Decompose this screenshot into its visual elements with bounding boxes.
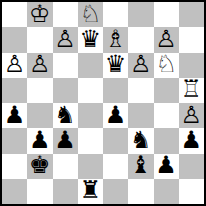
board-grid: ♔♘♙♛♗♙♙♙♛♙♘♖♟♞♟♙♟♟♞♟♚♝♟♜ — [2, 2, 204, 204]
square-a2[interactable] — [2, 154, 27, 179]
square-f5[interactable] — [128, 78, 153, 103]
piece-bQ-e6: ♛ — [105, 52, 127, 76]
square-d6[interactable] — [78, 53, 103, 78]
piece-bP-h3: ♟ — [181, 128, 203, 152]
square-f2[interactable]: ♝ — [128, 154, 153, 179]
square-f7[interactable] — [128, 27, 153, 52]
piece-wN-d8: ♘ — [80, 2, 102, 26]
square-a7[interactable] — [2, 27, 27, 52]
square-f4[interactable] — [128, 103, 153, 128]
piece-bP-g2: ♟ — [155, 153, 177, 177]
square-a1[interactable] — [2, 179, 27, 204]
piece-wP-b6: ♙ — [29, 52, 51, 76]
square-d3[interactable] — [78, 128, 103, 153]
square-c3[interactable]: ♟ — [53, 128, 78, 153]
square-d7[interactable]: ♛ — [78, 27, 103, 52]
square-h4[interactable]: ♙ — [179, 103, 204, 128]
piece-bN-f3: ♞ — [130, 128, 152, 152]
square-h6[interactable] — [179, 53, 204, 78]
square-h3[interactable]: ♟ — [179, 128, 204, 153]
square-g5[interactable] — [154, 78, 179, 103]
square-a8[interactable] — [2, 2, 27, 27]
square-g1[interactable] — [154, 179, 179, 204]
square-e2[interactable] — [103, 154, 128, 179]
square-c7[interactable]: ♙ — [53, 27, 78, 52]
square-c4[interactable]: ♞ — [53, 103, 78, 128]
square-a6[interactable]: ♙ — [2, 53, 27, 78]
piece-bP-a4: ♟ — [4, 103, 26, 127]
piece-wP-h4: ♙ — [181, 103, 203, 127]
square-f8[interactable] — [128, 2, 153, 27]
piece-wR-h5: ♖ — [181, 77, 203, 101]
piece-bR-d1: ♜ — [80, 178, 102, 202]
piece-wP-g7: ♙ — [155, 27, 177, 51]
piece-wN-g6: ♘ — [155, 52, 177, 76]
piece-wP-c7: ♙ — [54, 27, 76, 51]
square-g2[interactable]: ♟ — [154, 154, 179, 179]
square-a4[interactable]: ♟ — [2, 103, 27, 128]
chess-board: ♔♘♙♛♗♙♙♙♛♙♘♖♟♞♟♙♟♟♞♟♚♝♟♜ — [0, 0, 206, 206]
piece-wP-a6: ♙ — [4, 52, 26, 76]
square-e3[interactable] — [103, 128, 128, 153]
square-a3[interactable] — [2, 128, 27, 153]
square-e4[interactable]: ♟ — [103, 103, 128, 128]
square-b6[interactable]: ♙ — [27, 53, 52, 78]
square-g6[interactable]: ♘ — [154, 53, 179, 78]
square-b2[interactable]: ♚ — [27, 154, 52, 179]
square-e5[interactable] — [103, 78, 128, 103]
square-c2[interactable] — [53, 154, 78, 179]
piece-bP-b3: ♟ — [29, 128, 51, 152]
square-g4[interactable] — [154, 103, 179, 128]
square-b1[interactable] — [27, 179, 52, 204]
piece-wB-e7: ♗ — [105, 27, 127, 51]
square-e7[interactable]: ♗ — [103, 27, 128, 52]
square-f6[interactable]: ♙ — [128, 53, 153, 78]
piece-bN-c4: ♞ — [54, 103, 76, 127]
square-c8[interactable] — [53, 2, 78, 27]
square-h8[interactable] — [179, 2, 204, 27]
square-f1[interactable] — [128, 179, 153, 204]
square-d1[interactable]: ♜ — [78, 179, 103, 204]
square-b3[interactable]: ♟ — [27, 128, 52, 153]
piece-wP-f6: ♙ — [130, 52, 152, 76]
square-b4[interactable] — [27, 103, 52, 128]
piece-bP-e4: ♟ — [105, 103, 127, 127]
square-c1[interactable] — [53, 179, 78, 204]
square-e6[interactable]: ♛ — [103, 53, 128, 78]
piece-wK-b8: ♔ — [29, 2, 51, 26]
square-h7[interactable] — [179, 27, 204, 52]
piece-bQ-d7: ♛ — [80, 27, 102, 51]
square-h1[interactable] — [179, 179, 204, 204]
piece-bP-c3: ♟ — [54, 128, 76, 152]
square-g8[interactable] — [154, 2, 179, 27]
square-h2[interactable] — [179, 154, 204, 179]
square-a5[interactable] — [2, 78, 27, 103]
square-h5[interactable]: ♖ — [179, 78, 204, 103]
square-c6[interactable] — [53, 53, 78, 78]
piece-bK-b2: ♚ — [29, 153, 51, 177]
square-d8[interactable]: ♘ — [78, 2, 103, 27]
square-c5[interactable] — [53, 78, 78, 103]
square-d4[interactable] — [78, 103, 103, 128]
square-e8[interactable] — [103, 2, 128, 27]
square-d2[interactable] — [78, 154, 103, 179]
square-b7[interactable] — [27, 27, 52, 52]
piece-bB-f2: ♝ — [130, 153, 152, 177]
square-b8[interactable]: ♔ — [27, 2, 52, 27]
square-f3[interactable]: ♞ — [128, 128, 153, 153]
square-g3[interactable] — [154, 128, 179, 153]
square-g7[interactable]: ♙ — [154, 27, 179, 52]
square-e1[interactable] — [103, 179, 128, 204]
square-b5[interactable] — [27, 78, 52, 103]
square-d5[interactable] — [78, 78, 103, 103]
